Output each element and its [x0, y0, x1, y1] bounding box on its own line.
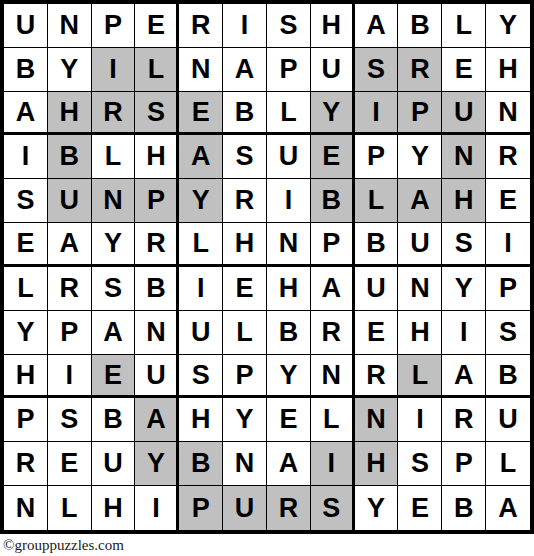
grid-cell-r1c5: R: [179, 4, 223, 48]
grid-cell-r5c12: E: [486, 179, 530, 223]
grid-cell-r7c11: Y: [442, 267, 486, 311]
grid-cell-r3c9: I: [355, 92, 399, 136]
grid-cell-r7c8: A: [311, 267, 355, 311]
grid-cell-r2c6: A: [223, 48, 267, 92]
grid-cell-r4c12: R: [486, 135, 530, 179]
grid-cell-r10c9: N: [355, 398, 399, 442]
grid-cell-r4c3: L: [92, 135, 136, 179]
grid-cell-r11c3: U: [92, 442, 136, 486]
grid-cell-r6c6: H: [223, 223, 267, 267]
grid-cell-r2c4: L: [135, 48, 179, 92]
grid-cell-r5c7: I: [267, 179, 311, 223]
grid-cell-r2c10: R: [398, 48, 442, 92]
grid-cell-r3c6: B: [223, 92, 267, 136]
grid-cell-r2c3: I: [92, 48, 136, 92]
grid-cell-r5c11: H: [442, 179, 486, 223]
grid-cell-r2c5: N: [179, 48, 223, 92]
grid-cell-r9c7: Y: [267, 355, 311, 399]
grid-cell-r9c4: U: [135, 355, 179, 399]
grid-cell-r11c4: Y: [135, 442, 179, 486]
grid-cell-r1c8: H: [311, 4, 355, 48]
grid-cell-r6c4: R: [135, 223, 179, 267]
grid-cell-r10c11: R: [442, 398, 486, 442]
grid-cell-r4c5: A: [179, 135, 223, 179]
grid-cell-r3c5: E: [179, 92, 223, 136]
grid-cell-r3c10: P: [398, 92, 442, 136]
grid-cell-r1c1: U: [4, 4, 48, 48]
grid-cell-r5c8: B: [311, 179, 355, 223]
grid-cell-r7c12: P: [486, 267, 530, 311]
grid-cell-r5c4: P: [135, 179, 179, 223]
grid-cell-r11c1: R: [4, 442, 48, 486]
puzzle-board: UNPERISHABLYBYILNAPUSREHAHRSEBLYIPUNIBLH…: [0, 0, 534, 534]
grid-cell-r10c12: U: [486, 398, 530, 442]
grid-cell-r6c8: P: [311, 223, 355, 267]
grid-cell-r7c7: H: [267, 267, 311, 311]
grid-cell-r10c10: I: [398, 398, 442, 442]
grid-cell-r6c11: S: [442, 223, 486, 267]
copyright-credit: ©grouppuzzles.com: [3, 537, 124, 554]
grid-cell-r7c4: B: [135, 267, 179, 311]
grid-cell-r8c11: I: [442, 311, 486, 355]
grid-cell-r6c1: E: [4, 223, 48, 267]
footer: ©grouppuzzles.com: [0, 534, 534, 556]
grid-cell-r6c12: I: [486, 223, 530, 267]
grid-cell-r7c9: U: [355, 267, 399, 311]
grid-cell-r5c1: S: [4, 179, 48, 223]
grid-cell-r6c10: U: [398, 223, 442, 267]
grid-cell-r8c8: R: [311, 311, 355, 355]
grid-cell-r2c7: P: [267, 48, 311, 92]
grid-cell-r6c3: Y: [92, 223, 136, 267]
grid-cell-r3c3: R: [92, 92, 136, 136]
grid-cell-r7c3: S: [92, 267, 136, 311]
grid-cell-r12c6: U: [223, 486, 267, 530]
grid-cell-r8c6: L: [223, 311, 267, 355]
grid-cell-r1c3: P: [92, 4, 136, 48]
grid-cell-r12c3: H: [92, 486, 136, 530]
grid-cell-r11c8: I: [311, 442, 355, 486]
grid-cell-r7c10: N: [398, 267, 442, 311]
grid-cell-r10c2: S: [48, 398, 92, 442]
grid-cell-r9c3: E: [92, 355, 136, 399]
grid-cell-r2c1: B: [4, 48, 48, 92]
grid-cell-r10c6: Y: [223, 398, 267, 442]
grid-cell-r9c1: H: [4, 355, 48, 399]
grid-cell-r11c12: L: [486, 442, 530, 486]
grid-cell-r4c4: H: [135, 135, 179, 179]
grid-cell-r7c1: L: [4, 267, 48, 311]
grid-cell-r12c9: Y: [355, 486, 399, 530]
grid-cell-r11c5: B: [179, 442, 223, 486]
grid-cell-r12c10: E: [398, 486, 442, 530]
grid-cell-r10c8: L: [311, 398, 355, 442]
grid-cell-r8c10: H: [398, 311, 442, 355]
grid-cell-r1c6: I: [223, 4, 267, 48]
grid-cell-r11c11: P: [442, 442, 486, 486]
grid-cell-r5c6: R: [223, 179, 267, 223]
grid-cell-r4c2: B: [48, 135, 92, 179]
grid-cell-r4c9: P: [355, 135, 399, 179]
grid-cell-r3c1: A: [4, 92, 48, 136]
grid-cell-r7c6: E: [223, 267, 267, 311]
grid-cell-r5c3: N: [92, 179, 136, 223]
grid-cell-r8c2: P: [48, 311, 92, 355]
grid-cell-r8c1: Y: [4, 311, 48, 355]
grid-cell-r11c6: N: [223, 442, 267, 486]
grid-cell-r1c10: B: [398, 4, 442, 48]
grid-cell-r6c5: L: [179, 223, 223, 267]
grid-cell-r9c8: N: [311, 355, 355, 399]
grid-cell-r7c5: I: [179, 267, 223, 311]
grid-cell-r5c5: Y: [179, 179, 223, 223]
grid-cell-r6c9: B: [355, 223, 399, 267]
grid-cell-r7c2: R: [48, 267, 92, 311]
grid-cell-r11c2: E: [48, 442, 92, 486]
grid-cell-r11c9: H: [355, 442, 399, 486]
puzzle-grid: UNPERISHABLYBYILNAPUSREHAHRSEBLYIPUNIBLH…: [0, 0, 534, 534]
grid-cell-r12c7: R: [267, 486, 311, 530]
grid-cell-r8c7: B: [267, 311, 311, 355]
grid-cell-r9c2: I: [48, 355, 92, 399]
grid-cell-r3c7: L: [267, 92, 311, 136]
grid-cell-r12c2: L: [48, 486, 92, 530]
grid-cell-r4c8: E: [311, 135, 355, 179]
grid-cell-r12c4: I: [135, 486, 179, 530]
grid-cell-r6c2: A: [48, 223, 92, 267]
grid-cell-r9c5: S: [179, 355, 223, 399]
grid-cell-r9c11: A: [442, 355, 486, 399]
grid-cell-r12c12: A: [486, 486, 530, 530]
grid-cell-r5c9: L: [355, 179, 399, 223]
grid-cell-r6c7: N: [267, 223, 311, 267]
grid-cell-r4c11: N: [442, 135, 486, 179]
grid-cell-r9c12: B: [486, 355, 530, 399]
grid-cell-r2c9: S: [355, 48, 399, 92]
grid-cell-r3c2: H: [48, 92, 92, 136]
grid-cell-r5c10: A: [398, 179, 442, 223]
grid-cell-r8c3: A: [92, 311, 136, 355]
grid-cell-r4c10: Y: [398, 135, 442, 179]
grid-cell-r1c2: N: [48, 4, 92, 48]
grid-cell-r8c5: U: [179, 311, 223, 355]
grid-cell-r10c7: E: [267, 398, 311, 442]
grid-cell-r3c4: S: [135, 92, 179, 136]
grid-cell-r10c1: P: [4, 398, 48, 442]
grid-cell-r4c6: S: [223, 135, 267, 179]
grid-cell-r8c4: N: [135, 311, 179, 355]
grid-cell-r11c7: A: [267, 442, 311, 486]
grid-cell-r1c12: Y: [486, 4, 530, 48]
grid-cell-r3c12: N: [486, 92, 530, 136]
grid-cell-r4c1: I: [4, 135, 48, 179]
grid-cell-r8c12: S: [486, 311, 530, 355]
grid-cell-r1c4: E: [135, 4, 179, 48]
grid-cell-r12c11: B: [442, 486, 486, 530]
grid-cell-r1c7: S: [267, 4, 311, 48]
grid-cell-r12c5: P: [179, 486, 223, 530]
grid-cell-r10c5: H: [179, 398, 223, 442]
grid-cell-r3c8: Y: [311, 92, 355, 136]
grid-cell-r3c11: U: [442, 92, 486, 136]
grid-cell-r2c12: H: [486, 48, 530, 92]
grid-cell-r12c8: S: [311, 486, 355, 530]
grid-cell-r5c2: U: [48, 179, 92, 223]
grid-cell-r2c2: Y: [48, 48, 92, 92]
grid-cell-r9c6: P: [223, 355, 267, 399]
grid-cell-r9c9: R: [355, 355, 399, 399]
grid-cell-r10c4: A: [135, 398, 179, 442]
grid-cell-r2c11: E: [442, 48, 486, 92]
grid-cell-r1c9: A: [355, 4, 399, 48]
grid-cell-r4c7: U: [267, 135, 311, 179]
grid-cell-r1c11: L: [442, 4, 486, 48]
grid-cell-r12c1: N: [4, 486, 48, 530]
grid-cell-r9c10: L: [398, 355, 442, 399]
grid-cell-r11c10: S: [398, 442, 442, 486]
grid-cell-r2c8: U: [311, 48, 355, 92]
grid-cell-r10c3: B: [92, 398, 136, 442]
grid-cell-r8c9: E: [355, 311, 399, 355]
